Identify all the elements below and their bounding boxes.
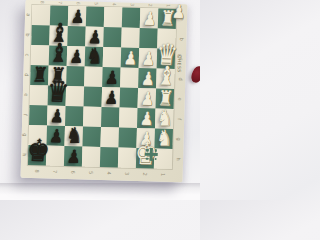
square-c2 [139, 48, 158, 68]
square-c1 [157, 48, 176, 68]
square-d3 [120, 67, 139, 87]
board-brand-text: ⒸCHESS [177, 50, 183, 73]
square-b1 [157, 28, 176, 48]
file-label-left-b: b [25, 33, 30, 36]
file-label-left-h: h [22, 153, 27, 156]
square-d8 [30, 65, 49, 85]
file-label-right-e: e [177, 98, 182, 101]
file-label-left-d: d [24, 73, 29, 76]
square-f7 [47, 105, 66, 125]
square-a1 [158, 8, 177, 28]
square-b2 [139, 28, 158, 48]
square-a5 [86, 6, 105, 26]
square-e6 [66, 86, 85, 106]
rank-label-top-1: 1 [165, 4, 170, 7]
square-b4 [103, 27, 122, 47]
square-f6 [65, 106, 84, 126]
square-f1 [155, 108, 174, 128]
file-label-left-c: c [24, 53, 29, 56]
table-edge-shadow [0, 183, 200, 200]
square-c6 [67, 46, 86, 66]
file-label-left-e: e [23, 93, 28, 96]
rank-label-top-3: 3 [129, 3, 134, 6]
square-g8 [28, 125, 47, 145]
square-d7 [48, 65, 67, 85]
square-b8 [31, 25, 50, 45]
square-h4 [100, 147, 119, 167]
square-d5 [84, 66, 103, 86]
rank-label-bottom-3: 3 [124, 172, 129, 175]
square-e2 [138, 88, 157, 108]
square-g5 [82, 126, 101, 146]
square-c4 [103, 47, 122, 67]
square-h7 [46, 145, 65, 165]
square-f2 [137, 108, 156, 128]
square-e1 [156, 88, 175, 108]
rank-label-bottom-2: 2 [142, 173, 147, 176]
rank-label-top-2: 2 [147, 4, 152, 7]
square-e5 [84, 86, 103, 106]
square-h5 [82, 146, 101, 166]
square-f8 [29, 105, 48, 125]
square-h3 [118, 147, 137, 167]
file-label-left-a: a [26, 13, 31, 16]
square-b5 [85, 26, 104, 46]
square-a3 [122, 7, 141, 27]
square-f3 [119, 107, 138, 127]
square-h8 [28, 145, 47, 165]
rank-label-bottom-4: 4 [106, 172, 111, 175]
square-b3 [121, 27, 140, 47]
square-e7 [48, 85, 67, 105]
square-d1 [156, 68, 175, 88]
square-a7 [50, 5, 69, 25]
playing-area [28, 5, 176, 169]
red-object [189, 64, 200, 84]
chess-board: ♟♝♟♝♟♞♜♜♟♛♟♟♟♞♚♟♟♜♟♟♛♟♝♟♜♟♞♟♞♚♟ ⒸCHESS 8… [21, 0, 188, 182]
square-g1 [154, 128, 173, 148]
file-label-right-a: a [179, 18, 184, 21]
file-label-right-c: c [178, 58, 183, 61]
square-g6 [64, 126, 83, 146]
square-c3 [121, 47, 140, 67]
square-d2 [138, 68, 157, 88]
square-h6 [64, 146, 83, 166]
rank-label-top-5: 5 [93, 2, 98, 5]
square-g7 [46, 125, 65, 145]
square-a4 [104, 7, 123, 27]
square-f4 [101, 107, 120, 127]
square-g2 [136, 128, 155, 148]
square-a2 [140, 8, 159, 28]
rank-label-bottom-7: 7 [52, 170, 57, 173]
rank-label-bottom-8: 8 [34, 169, 39, 172]
square-a8 [32, 5, 51, 25]
square-b6 [67, 26, 86, 46]
rank-label-top-7: 7 [57, 1, 62, 4]
rank-label-bottom-5: 5 [88, 171, 93, 174]
file-label-left-g: g [22, 133, 27, 136]
file-label-right-d: d [178, 77, 183, 80]
square-e4 [102, 87, 121, 107]
square-f5 [83, 106, 102, 126]
rank-label-bottom-6: 6 [70, 170, 75, 173]
file-label-right-h: h [176, 157, 181, 160]
square-a6 [68, 6, 87, 26]
square-c5 [85, 46, 104, 66]
square-g4 [100, 127, 119, 147]
square-b7 [49, 25, 68, 45]
rank-label-top-6: 6 [75, 2, 80, 5]
square-d4 [102, 67, 121, 87]
file-label-right-f: f [177, 118, 182, 120]
file-label-right-b: b [179, 37, 184, 40]
file-label-left-f: f [23, 114, 28, 116]
square-e3 [120, 87, 139, 107]
rank-label-top-4: 4 [111, 3, 116, 6]
board-logo-emblem [145, 148, 158, 161]
file-label-right-g: g [176, 137, 181, 140]
square-c8 [31, 45, 50, 65]
square-c7 [49, 45, 68, 65]
square-e8 [30, 85, 49, 105]
rank-label-top-8: 8 [39, 1, 44, 4]
rank-label-bottom-1: 1 [160, 173, 165, 176]
square-d6 [66, 66, 85, 86]
square-g3 [118, 127, 137, 147]
